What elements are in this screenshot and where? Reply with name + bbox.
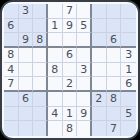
cell-r5c4[interactable]: 8 xyxy=(48,63,63,78)
cell-r7c3[interactable] xyxy=(33,92,48,107)
sudoku-board: 3761959868634831726628419587 xyxy=(4,4,136,136)
cell-r3c8[interactable]: 6 xyxy=(107,33,122,48)
sudoku-app-icon: 3761959868634831726628419587 xyxy=(0,0,140,140)
cell-r5c2[interactable] xyxy=(19,63,34,78)
cell-r8c5[interactable]: 1 xyxy=(63,107,78,122)
cell-r4c8[interactable] xyxy=(107,48,122,63)
cell-r2c8[interactable] xyxy=(107,19,122,34)
cell-r4c3[interactable] xyxy=(33,48,48,63)
cell-r8c6[interactable]: 9 xyxy=(77,107,92,122)
cell-r9c3[interactable] xyxy=(33,121,48,136)
cell-r8c1[interactable] xyxy=(4,107,19,122)
cell-r1c2[interactable]: 3 xyxy=(19,4,34,19)
cell-r9c4[interactable] xyxy=(48,121,63,136)
cell-r1c8[interactable] xyxy=(107,4,122,19)
cell-r8c3[interactable] xyxy=(33,107,48,122)
cell-r6c9[interactable]: 6 xyxy=(121,77,136,92)
cell-r7c7[interactable]: 2 xyxy=(92,92,107,107)
cell-r6c1[interactable]: 7 xyxy=(4,77,19,92)
cell-r7c4[interactable] xyxy=(48,92,63,107)
cell-r6c3[interactable] xyxy=(33,77,48,92)
cell-r8c9[interactable]: 5 xyxy=(121,107,136,122)
cell-r2c5[interactable]: 9 xyxy=(63,19,78,34)
cell-r1c3[interactable] xyxy=(33,4,48,19)
cell-r4c1[interactable]: 8 xyxy=(4,48,19,63)
cell-r6c6[interactable] xyxy=(77,77,92,92)
cell-r3c3[interactable]: 8 xyxy=(33,33,48,48)
cell-r1c4[interactable] xyxy=(48,4,63,19)
cell-r2c9[interactable] xyxy=(121,19,136,34)
cell-r4c4[interactable] xyxy=(48,48,63,63)
cell-r3c4[interactable] xyxy=(48,33,63,48)
cell-r4c9[interactable]: 3 xyxy=(121,48,136,63)
cell-r5c7[interactable] xyxy=(92,63,107,78)
cell-r9c8[interactable]: 7 xyxy=(107,121,122,136)
cell-r9c1[interactable] xyxy=(4,121,19,136)
cell-r1c6[interactable] xyxy=(77,4,92,19)
cell-r8c7[interactable] xyxy=(92,107,107,122)
cell-r2c2[interactable] xyxy=(19,19,34,34)
cell-r9c6[interactable] xyxy=(77,121,92,136)
cell-r1c5[interactable]: 7 xyxy=(63,4,78,19)
cell-r7c6[interactable] xyxy=(77,92,92,107)
cell-r5c3[interactable] xyxy=(33,63,48,78)
cell-r1c7[interactable] xyxy=(92,4,107,19)
cell-r3c2[interactable]: 9 xyxy=(19,33,34,48)
cell-r6c7[interactable] xyxy=(92,77,107,92)
cell-r1c9[interactable] xyxy=(121,4,136,19)
cell-r5c1[interactable]: 4 xyxy=(4,63,19,78)
cell-r4c5[interactable]: 6 xyxy=(63,48,78,63)
cell-r6c8[interactable] xyxy=(107,77,122,92)
cell-r9c9[interactable] xyxy=(121,121,136,136)
cell-r2c4[interactable]: 1 xyxy=(48,19,63,34)
cell-r7c1[interactable] xyxy=(4,92,19,107)
cell-r9c5[interactable]: 8 xyxy=(63,121,78,136)
cell-r5c9[interactable]: 1 xyxy=(121,63,136,78)
cell-r7c9[interactable] xyxy=(121,92,136,107)
cell-r9c2[interactable] xyxy=(19,121,34,136)
cell-r5c6[interactable]: 3 xyxy=(77,63,92,78)
cell-r2c3[interactable] xyxy=(33,19,48,34)
cell-r2c1[interactable]: 6 xyxy=(4,19,19,34)
cell-r3c6[interactable] xyxy=(77,33,92,48)
cell-r9c7[interactable] xyxy=(92,121,107,136)
cell-r4c2[interactable] xyxy=(19,48,34,63)
cell-r6c2[interactable] xyxy=(19,77,34,92)
cell-r2c7[interactable] xyxy=(92,19,107,34)
cell-r8c8[interactable] xyxy=(107,107,122,122)
cell-r7c8[interactable]: 8 xyxy=(107,92,122,107)
cell-r1c1[interactable] xyxy=(4,4,19,19)
cell-r4c7[interactable] xyxy=(92,48,107,63)
sudoku-icon-tile[interactable]: 3761959868634831726628419587 xyxy=(0,0,140,140)
cell-r2c6[interactable]: 5 xyxy=(77,19,92,34)
cell-r3c9[interactable] xyxy=(121,33,136,48)
cell-r6c4[interactable] xyxy=(48,77,63,92)
cell-r6c5[interactable]: 2 xyxy=(63,77,78,92)
cell-r7c2[interactable]: 6 xyxy=(19,92,34,107)
cell-r3c7[interactable] xyxy=(92,33,107,48)
cell-r7c5[interactable] xyxy=(63,92,78,107)
cell-r3c5[interactable] xyxy=(63,33,78,48)
cell-r8c2[interactable] xyxy=(19,107,34,122)
cell-r8c4[interactable]: 4 xyxy=(48,107,63,122)
cell-r5c8[interactable] xyxy=(107,63,122,78)
cell-r3c1[interactable] xyxy=(4,33,19,48)
cell-r5c5[interactable] xyxy=(63,63,78,78)
cell-r4c6[interactable] xyxy=(77,48,92,63)
